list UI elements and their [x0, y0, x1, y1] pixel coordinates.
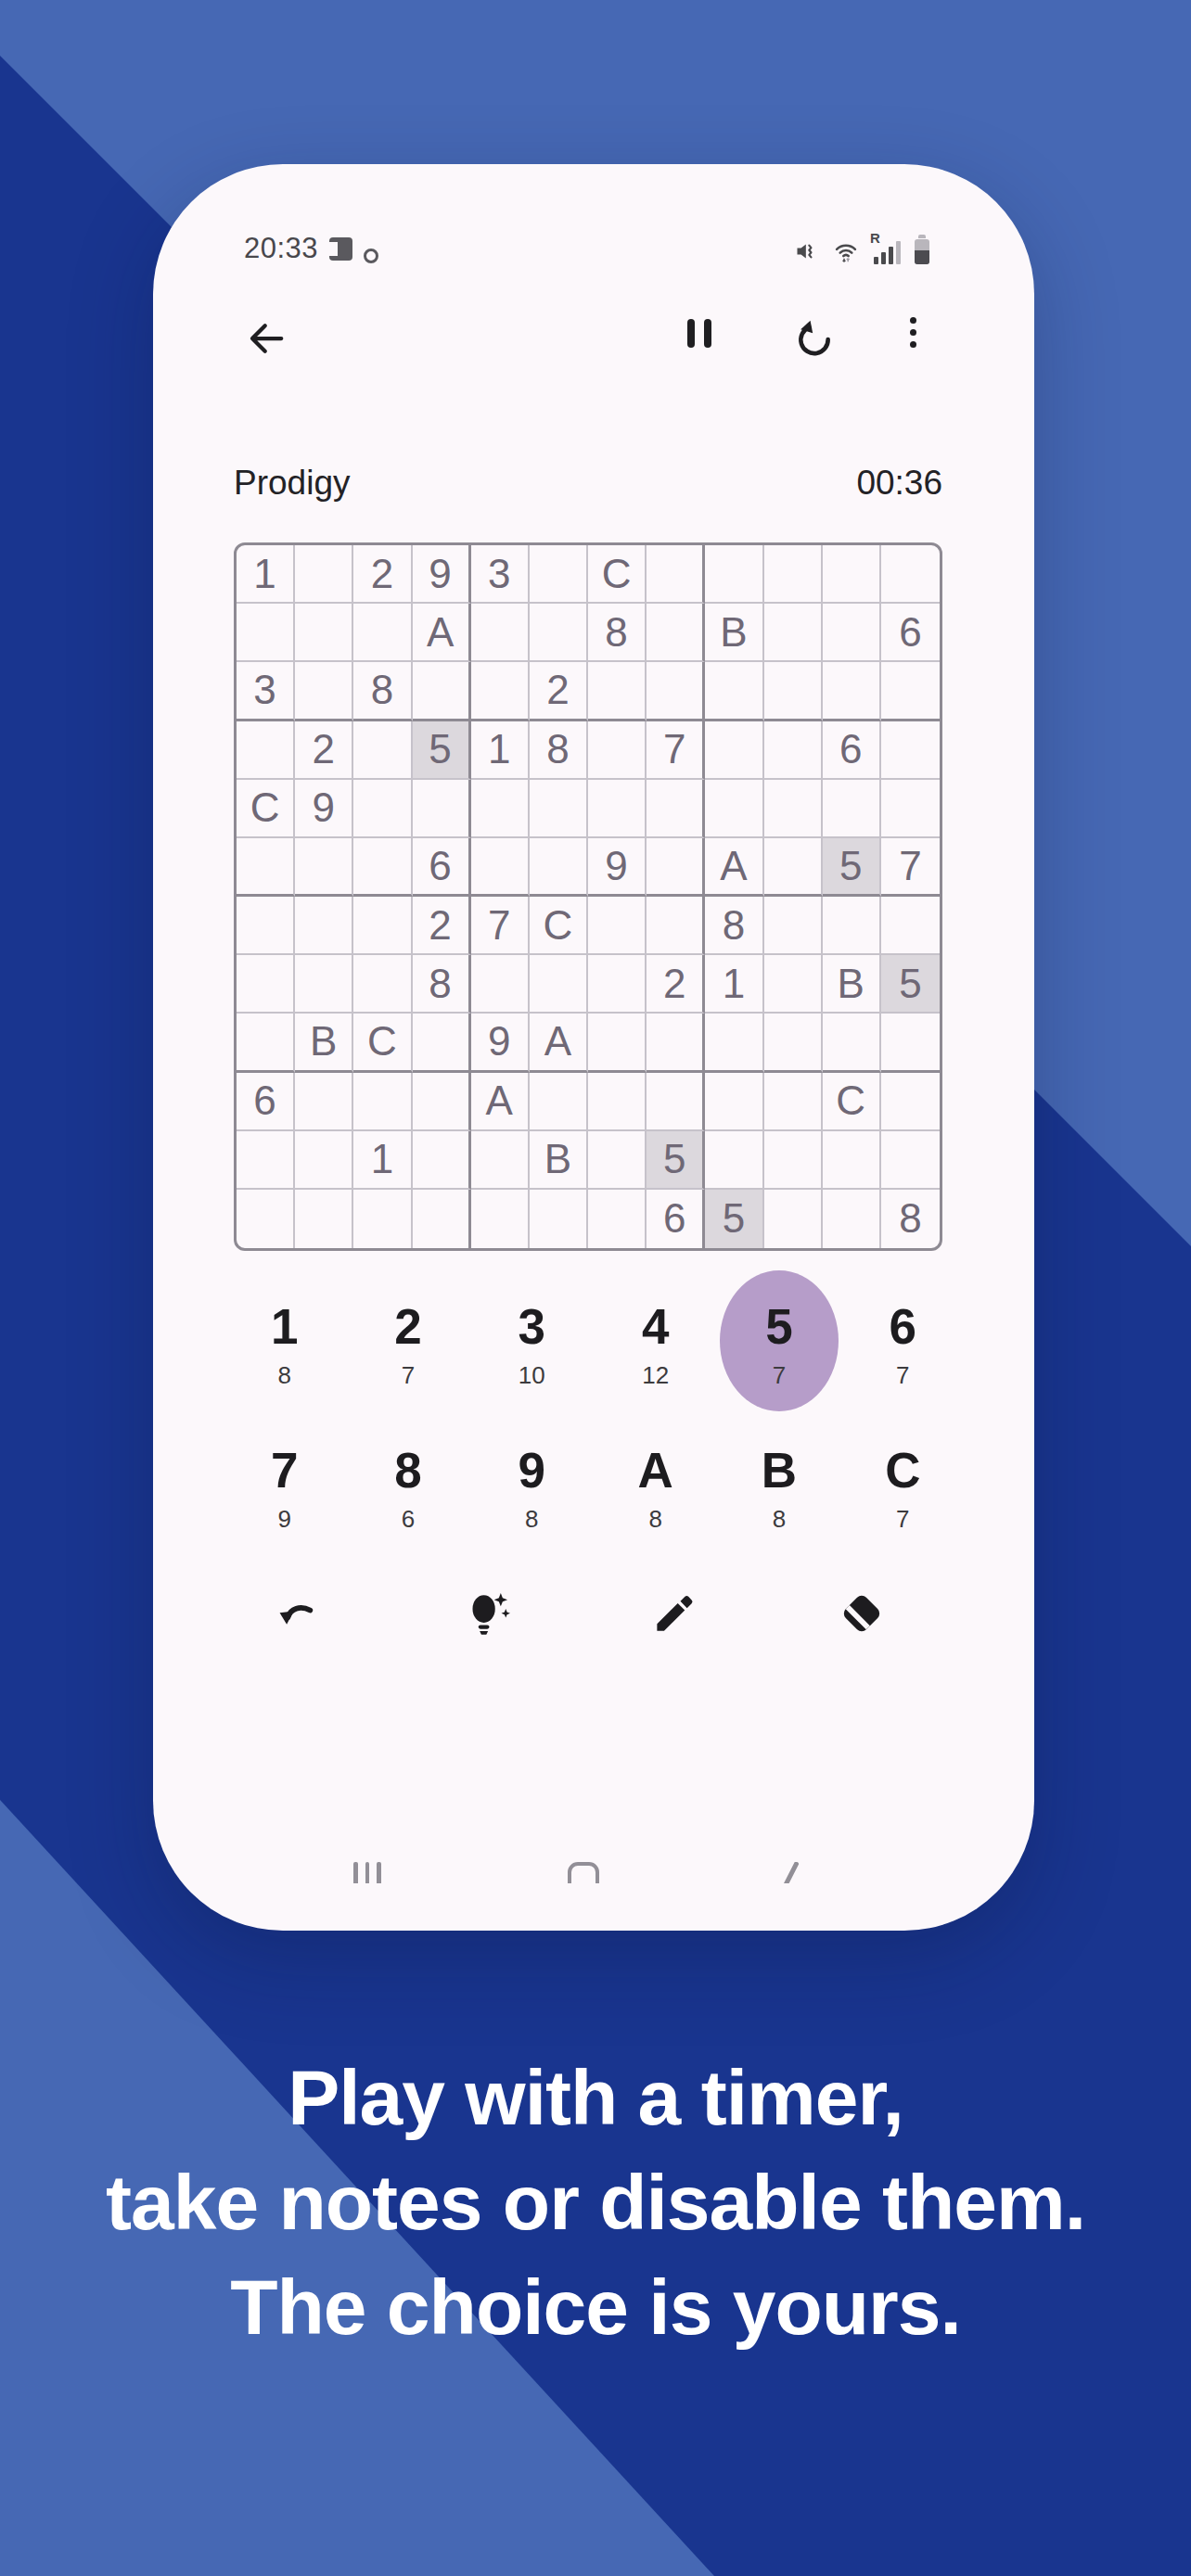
- board-cell[interactable]: [413, 1131, 471, 1190]
- board-cell[interactable]: [295, 955, 353, 1014]
- keypad-remaining-count: 9: [277, 1505, 290, 1533]
- cell-value: B: [720, 609, 747, 656]
- board-cell[interactable]: 9: [295, 780, 353, 838]
- board-cell[interactable]: B: [705, 604, 763, 662]
- cell-value: 8: [371, 667, 393, 713]
- nav-home-button[interactable]: [568, 1862, 599, 1883]
- board-cell[interactable]: [530, 838, 588, 897]
- board-cell[interactable]: [237, 1014, 295, 1072]
- cell-value: B: [544, 1136, 571, 1182]
- keypad-key-5[interactable]: 57: [717, 1289, 840, 1405]
- keypad-digit: 2: [394, 1300, 421, 1354]
- caption: Play with a timer, take notes or disable…: [0, 2046, 1191, 2360]
- board-cell[interactable]: 1: [471, 721, 530, 780]
- board-cell[interactable]: [588, 1014, 647, 1072]
- sudoku-board: 1293CA8B6382251876C969A5727C8821B5BC9A6A…: [234, 542, 942, 1251]
- signal-strength-r-icon: R: [872, 234, 901, 264]
- board-cell[interactable]: [823, 604, 881, 662]
- board-cell[interactable]: [881, 545, 940, 604]
- board-cell[interactable]: 3: [237, 662, 295, 721]
- board-cell[interactable]: 8: [881, 1190, 940, 1248]
- board-cell[interactable]: [237, 604, 295, 662]
- keypad-row-1: 18273104125767: [223, 1289, 965, 1405]
- board-cell[interactable]: 6: [647, 1190, 705, 1248]
- board-cell[interactable]: [237, 1190, 295, 1248]
- board-cell[interactable]: [764, 1014, 823, 1072]
- recents-icon: [353, 1862, 358, 1883]
- cell-value: 3: [488, 551, 510, 597]
- cell-value: C: [836, 1078, 865, 1124]
- cell-value: C: [367, 1018, 397, 1065]
- board-cell[interactable]: [823, 545, 881, 604]
- hint-button[interactable]: [462, 1588, 512, 1639]
- board-cell[interactable]: [705, 1014, 763, 1072]
- keypad-key-B[interactable]: B8: [717, 1433, 840, 1549]
- cell-value: A: [544, 1018, 571, 1065]
- cell-value: 8: [429, 961, 451, 1007]
- board-cell[interactable]: C: [588, 545, 647, 604]
- board-cell[interactable]: [588, 897, 647, 955]
- board-cell[interactable]: 8: [353, 662, 412, 721]
- board-cell[interactable]: [353, 1190, 412, 1248]
- keypad-key-6[interactable]: 67: [841, 1289, 965, 1405]
- board-cell[interactable]: [353, 721, 412, 780]
- undo-icon: [275, 1589, 324, 1638]
- status-right: R: [794, 234, 929, 264]
- keypad-remaining-count: 10: [519, 1361, 545, 1389]
- keypad-remaining-count: 8: [773, 1505, 786, 1533]
- board-cell[interactable]: C: [530, 897, 588, 955]
- board-cell[interactable]: [588, 662, 647, 721]
- board-cell[interactable]: [353, 897, 412, 955]
- keypad-digit: 5: [765, 1300, 792, 1354]
- board-cell[interactable]: [295, 838, 353, 897]
- board-cell[interactable]: [647, 1014, 705, 1072]
- keypad-digit: 9: [519, 1444, 545, 1498]
- board-cell[interactable]: [237, 838, 295, 897]
- keypad-key-4[interactable]: 412: [594, 1289, 717, 1405]
- board-cell[interactable]: [764, 545, 823, 604]
- overflow-menu-button[interactable]: [910, 317, 916, 348]
- board-cell[interactable]: [881, 897, 940, 955]
- nav-back-button[interactable]: [778, 1862, 799, 1883]
- board-cell[interactable]: [295, 897, 353, 955]
- cell-value: C: [602, 551, 632, 597]
- board-cell[interactable]: [295, 1073, 353, 1131]
- board-cell[interactable]: 5: [823, 838, 881, 897]
- board-cell[interactable]: [764, 838, 823, 897]
- board-cell[interactable]: B: [295, 1014, 353, 1072]
- board-cell[interactable]: [588, 1073, 647, 1131]
- board-cell[interactable]: [588, 721, 647, 780]
- board-cell[interactable]: [823, 780, 881, 838]
- caption-line-2: take notes or disable them.: [0, 2150, 1191, 2255]
- board-cell[interactable]: [295, 1190, 353, 1248]
- board-cell[interactable]: [471, 604, 530, 662]
- board-cell[interactable]: [413, 1073, 471, 1131]
- board-cell[interactable]: 2: [413, 897, 471, 955]
- keypad-key-1[interactable]: 18: [223, 1289, 346, 1405]
- cell-value: 7: [899, 843, 921, 889]
- cell-value: 2: [546, 667, 569, 713]
- cell-value: 1: [253, 551, 275, 597]
- board-cell[interactable]: [764, 897, 823, 955]
- pause-button[interactable]: [687, 319, 711, 348]
- board-cell[interactable]: [353, 955, 412, 1014]
- lightbulb-icon: [462, 1588, 512, 1639]
- board-cell[interactable]: [413, 1014, 471, 1072]
- keypad-digit: 4: [642, 1300, 669, 1354]
- keypad-key-2[interactable]: 27: [346, 1289, 469, 1405]
- timer-value: 00:36: [856, 464, 942, 503]
- keypad-remaining-count: 8: [648, 1505, 661, 1533]
- board-cell[interactable]: 1: [705, 955, 763, 1014]
- board-cell[interactable]: 6: [413, 838, 471, 897]
- cell-value: C: [250, 784, 280, 831]
- keypad-remaining-count: 7: [402, 1361, 415, 1389]
- board-cell[interactable]: [647, 838, 705, 897]
- caption-line-3: The choice is yours.: [0, 2255, 1191, 2360]
- keypad-key-8[interactable]: 86: [346, 1433, 469, 1549]
- board-cell[interactable]: C: [237, 780, 295, 838]
- board-cell[interactable]: 1: [237, 545, 295, 604]
- status-clock: 20:33: [244, 232, 318, 265]
- keypad-remaining-count: 8: [277, 1361, 290, 1389]
- cell-value: 9: [313, 784, 335, 831]
- keypad-key-C[interactable]: C7: [841, 1433, 965, 1549]
- board-cell[interactable]: [647, 662, 705, 721]
- cell-value: 8: [546, 726, 569, 772]
- keypad-digit: C: [885, 1444, 920, 1498]
- cell-value: 2: [313, 726, 335, 772]
- cell-value: 1: [723, 961, 745, 1007]
- board-cell[interactable]: A: [471, 1073, 530, 1131]
- board-cell[interactable]: [823, 1131, 881, 1190]
- board-cell[interactable]: [353, 1073, 412, 1131]
- keypad-key-A[interactable]: A8: [594, 1433, 717, 1549]
- vibrate-mute-icon: [794, 238, 820, 264]
- board-cell[interactable]: [413, 662, 471, 721]
- keypad-remaining-count: 7: [773, 1361, 786, 1389]
- board-cell[interactable]: [588, 780, 647, 838]
- board-cell[interactable]: [353, 604, 412, 662]
- keypad-remaining-count: 7: [896, 1361, 909, 1389]
- board-cell[interactable]: [353, 780, 412, 838]
- board-cell[interactable]: [881, 1073, 940, 1131]
- keypad-digit: 6: [890, 1300, 916, 1354]
- board-cell[interactable]: [413, 1190, 471, 1248]
- screen-capture-icon: [329, 237, 352, 261]
- board-cell[interactable]: 9: [588, 838, 647, 897]
- board-cell[interactable]: 6: [823, 721, 881, 780]
- board-cell[interactable]: [237, 955, 295, 1014]
- board-cell[interactable]: [647, 1073, 705, 1131]
- board-cell[interactable]: [530, 545, 588, 604]
- cell-value: 2: [429, 902, 451, 949]
- cell-value: B: [838, 961, 864, 1007]
- keypad-remaining-count: 7: [896, 1505, 909, 1533]
- board-cell[interactable]: 5: [705, 1190, 763, 1248]
- keypad-remaining-count: 6: [402, 1505, 415, 1533]
- back-button[interactable]: [243, 315, 289, 362]
- eraser-icon: [838, 1589, 886, 1638]
- notes-button[interactable]: [649, 1588, 699, 1639]
- board-cell[interactable]: [353, 838, 412, 897]
- board-cell[interactable]: 2: [295, 721, 353, 780]
- board-cell[interactable]: [764, 604, 823, 662]
- board-cell[interactable]: [237, 1131, 295, 1190]
- board-cell[interactable]: [588, 955, 647, 1014]
- board-cell[interactable]: A: [530, 1014, 588, 1072]
- board-cell[interactable]: [530, 1073, 588, 1131]
- board-cell[interactable]: 8: [705, 897, 763, 955]
- cell-value: 5: [723, 1195, 745, 1242]
- pause-icon: [687, 319, 695, 348]
- back-arrow-icon: [243, 315, 289, 362]
- board-cell[interactable]: [588, 1190, 647, 1248]
- board-cell[interactable]: 8: [413, 955, 471, 1014]
- keypad-row-2: 798698A8B8C7: [223, 1433, 965, 1549]
- status-left: 20:33: [244, 232, 378, 265]
- caption-line-1: Play with a timer,: [0, 2046, 1191, 2150]
- board-cell[interactable]: [471, 1190, 530, 1248]
- keypad-key-9[interactable]: 98: [470, 1433, 594, 1549]
- board-cell[interactable]: 5: [413, 721, 471, 780]
- keypad-remaining-count: 8: [525, 1505, 538, 1533]
- board-cell[interactable]: [471, 838, 530, 897]
- board-cell[interactable]: [530, 780, 588, 838]
- board-cell[interactable]: [237, 721, 295, 780]
- board-cell[interactable]: [647, 545, 705, 604]
- board-cell[interactable]: [881, 780, 940, 838]
- board-cell[interactable]: 7: [647, 721, 705, 780]
- cell-value: C: [544, 902, 573, 949]
- board-cell[interactable]: B: [530, 1131, 588, 1190]
- keypad-digit: 1: [271, 1300, 298, 1354]
- board-cell[interactable]: [881, 1131, 940, 1190]
- cell-value: 6: [663, 1195, 685, 1242]
- cell-value: 9: [605, 843, 627, 889]
- data-saver-icon: [364, 249, 378, 263]
- cell-value: 9: [488, 1018, 510, 1065]
- cell-value: 5: [899, 961, 921, 1007]
- cell-value: 1: [371, 1136, 393, 1182]
- board-cell[interactable]: [705, 545, 763, 604]
- board-cell[interactable]: 1: [353, 1131, 412, 1190]
- restart-icon: [794, 319, 835, 360]
- board-cell[interactable]: [764, 1073, 823, 1131]
- board-cell[interactable]: [237, 897, 295, 955]
- board-cell[interactable]: [823, 897, 881, 955]
- board-cell[interactable]: [705, 1073, 763, 1131]
- undo-button[interactable]: [275, 1588, 325, 1639]
- promo-screenshot: { "game": "sudoku-12x12", "box_size": "4…: [0, 0, 1191, 2576]
- board-cell[interactable]: 7: [471, 897, 530, 955]
- cell-value: 3: [253, 667, 275, 713]
- board-cell[interactable]: [471, 662, 530, 721]
- board-cell[interactable]: [471, 1131, 530, 1190]
- board-cell[interactable]: B: [823, 955, 881, 1014]
- cell-value: 5: [663, 1136, 685, 1182]
- cell-value: 5: [429, 726, 451, 772]
- board-cell[interactable]: [530, 955, 588, 1014]
- keypad-key-3[interactable]: 310: [470, 1289, 594, 1405]
- board-cell[interactable]: [764, 662, 823, 721]
- game-header: Prodigy 00:36: [234, 464, 942, 503]
- pencil-icon: [650, 1589, 698, 1638]
- cell-value: 2: [371, 551, 393, 597]
- battery-icon: [915, 239, 929, 264]
- board-cell[interactable]: 3: [471, 545, 530, 604]
- cell-value: 9: [429, 551, 451, 597]
- board-cell[interactable]: [764, 1190, 823, 1248]
- board-cell[interactable]: 8: [588, 604, 647, 662]
- board-cell[interactable]: [530, 1190, 588, 1248]
- cell-value: 7: [488, 902, 510, 949]
- board-cell[interactable]: [530, 604, 588, 662]
- board-cell[interactable]: [647, 897, 705, 955]
- nav-bar: [153, 1862, 1034, 1883]
- keypad-digit: A: [638, 1444, 673, 1498]
- board-cell[interactable]: 5: [881, 955, 940, 1014]
- cell-value: A: [427, 609, 454, 656]
- cell-value: 6: [899, 609, 921, 656]
- difficulty-label: Prodigy: [234, 464, 350, 503]
- board-cell[interactable]: [764, 1131, 823, 1190]
- cell-value: 8: [899, 1195, 921, 1242]
- board-cell[interactable]: [295, 604, 353, 662]
- board-cell[interactable]: 6: [237, 1073, 295, 1131]
- board-cell[interactable]: [647, 780, 705, 838]
- kebab-icon: [910, 317, 916, 324]
- nav-recents-button[interactable]: [353, 1862, 381, 1883]
- keypad-digit: 3: [519, 1300, 545, 1354]
- board-cell[interactable]: [588, 1131, 647, 1190]
- board-cell[interactable]: [647, 604, 705, 662]
- board-cell[interactable]: [823, 1014, 881, 1072]
- board-cell[interactable]: [823, 1190, 881, 1248]
- board-cell[interactable]: [705, 662, 763, 721]
- board-cell[interactable]: [705, 780, 763, 838]
- eraser-button[interactable]: [837, 1588, 887, 1639]
- board-cell[interactable]: 2: [353, 545, 412, 604]
- cell-value: 1: [488, 726, 510, 772]
- board-cell[interactable]: [705, 721, 763, 780]
- board-cell[interactable]: [881, 662, 940, 721]
- board-cell[interactable]: 2: [647, 955, 705, 1014]
- board-cell[interactable]: A: [413, 604, 471, 662]
- wifi-icon: [832, 238, 860, 264]
- board-cell[interactable]: [881, 721, 940, 780]
- keypad-digit: 7: [271, 1444, 298, 1498]
- cell-value: 6: [429, 843, 451, 889]
- board-cell[interactable]: [413, 780, 471, 838]
- board-cell[interactable]: 8: [530, 721, 588, 780]
- board-cell[interactable]: [471, 955, 530, 1014]
- cell-value: A: [720, 843, 747, 889]
- board-cell[interactable]: [295, 545, 353, 604]
- board-cell[interactable]: C: [823, 1073, 881, 1131]
- cell-value: B: [310, 1018, 337, 1065]
- board-cell[interactable]: 2: [530, 662, 588, 721]
- board-cell[interactable]: [764, 955, 823, 1014]
- keypad-remaining-count: 12: [642, 1361, 669, 1389]
- board-cell[interactable]: [705, 1131, 763, 1190]
- board-cell[interactable]: C: [353, 1014, 412, 1072]
- cell-value: 6: [839, 726, 862, 772]
- board-cell[interactable]: [295, 662, 353, 721]
- board-cell[interactable]: [471, 780, 530, 838]
- board-cell[interactable]: A: [705, 838, 763, 897]
- keypad-key-7[interactable]: 79: [223, 1433, 346, 1549]
- cell-value: 8: [723, 902, 745, 949]
- cell-value: A: [486, 1078, 513, 1124]
- board-cell[interactable]: [295, 1131, 353, 1190]
- cell-value: 5: [839, 843, 862, 889]
- board-cell[interactable]: [823, 662, 881, 721]
- board-cell[interactable]: 6: [881, 604, 940, 662]
- keypad-digit: B: [762, 1444, 797, 1498]
- action-bar: [275, 1588, 887, 1644]
- board-cell[interactable]: 9: [471, 1014, 530, 1072]
- cell-value: 8: [605, 609, 627, 656]
- status-bar: 20:33 R: [244, 228, 929, 269]
- board-cell[interactable]: [764, 721, 823, 780]
- board-cell[interactable]: [881, 1014, 940, 1072]
- board-cell[interactable]: 5: [647, 1131, 705, 1190]
- board-cell[interactable]: 9: [413, 545, 471, 604]
- board-cell[interactable]: 7: [881, 838, 940, 897]
- cell-value: 6: [253, 1078, 275, 1124]
- board-cell[interactable]: [764, 780, 823, 838]
- keypad-digit: 8: [394, 1444, 421, 1498]
- restart-button[interactable]: [794, 319, 835, 360]
- cell-value: 7: [663, 726, 685, 772]
- cell-value: 2: [663, 961, 685, 1007]
